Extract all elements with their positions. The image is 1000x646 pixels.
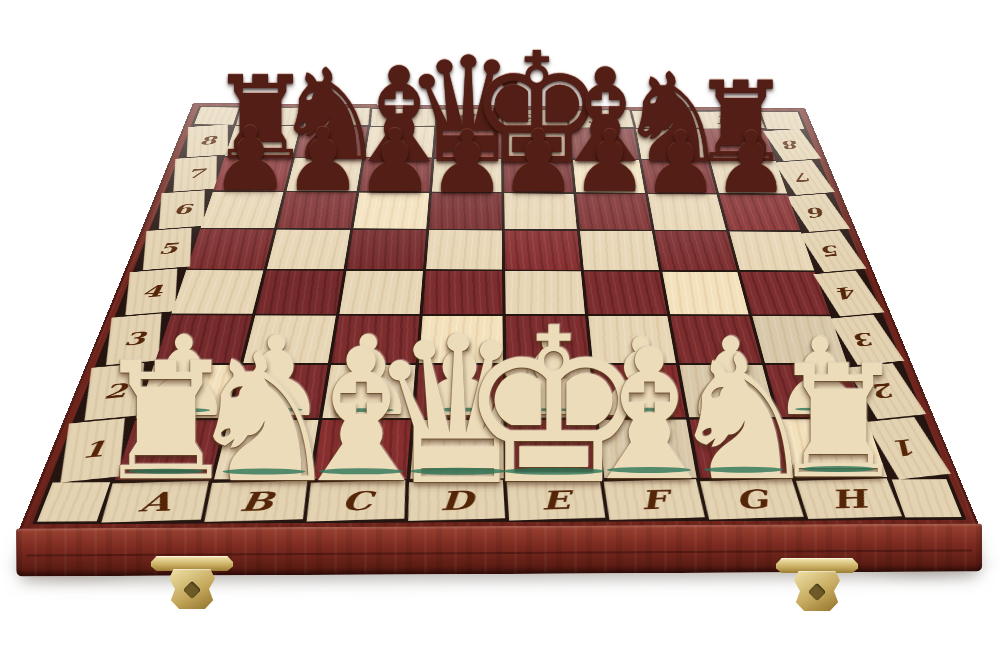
rank-label-left-8: 8 (187, 125, 228, 158)
clasp-bar (151, 556, 233, 571)
corner-cell (892, 479, 962, 517)
square-g3 (671, 316, 762, 363)
file-label-bottom-e: E (507, 479, 606, 520)
rank-label-left-7: 7 (173, 156, 216, 192)
square-b2 (229, 365, 327, 418)
square-a2 (136, 365, 239, 418)
square-d2 (415, 365, 503, 418)
square-b8 (295, 126, 367, 157)
square-h6 (719, 194, 800, 230)
square-g5 (655, 231, 737, 270)
square-d8 (435, 127, 502, 158)
board-grid: AABBCCDDEEFFGGHH8877665544332211 (32, 106, 967, 524)
square-c6 (353, 193, 429, 229)
square-e5 (505, 231, 581, 270)
square-g7 (642, 160, 717, 193)
square-c7 (359, 158, 431, 191)
clasp-hasp (794, 571, 840, 611)
rank-label-left-3: 3 (106, 313, 162, 365)
clasp-hasp (169, 569, 215, 609)
rank-label-left-5: 5 (143, 228, 192, 270)
clasp-hole (808, 583, 826, 601)
square-d6 (429, 193, 502, 229)
brass-clasp-right (775, 558, 859, 616)
square-c8 (365, 127, 434, 158)
square-c4 (339, 271, 423, 314)
brass-clasp-left (150, 556, 234, 614)
square-e4 (505, 271, 585, 314)
square-b5 (267, 230, 350, 270)
file-label-bottom-c: C (307, 480, 406, 521)
square-f2 (593, 365, 686, 417)
file-label-bottom-a: A (101, 481, 208, 523)
square-h3 (752, 316, 847, 363)
file-label-top-e: E (503, 110, 568, 127)
square-b3 (243, 315, 336, 363)
square-f7 (573, 160, 645, 193)
corner-cell (194, 107, 239, 124)
square-c5 (347, 230, 426, 269)
corner-cell (761, 112, 805, 129)
square-g1 (690, 419, 793, 477)
square-b7 (287, 158, 363, 191)
file-label-top-d: D (438, 109, 502, 126)
square-g8 (636, 129, 707, 160)
square-f8 (570, 128, 639, 159)
square-f1 (599, 420, 697, 478)
clasp-hole (183, 581, 201, 599)
square-e7 (504, 159, 574, 192)
file-label-bottom-b: B (204, 480, 307, 521)
rank-label-left-4: 4 (125, 269, 177, 316)
square-a7 (213, 157, 292, 190)
square-e3 (506, 316, 590, 363)
square-c2 (322, 365, 415, 418)
square-c3 (331, 316, 419, 364)
square-f5 (580, 231, 659, 270)
square-b1 (214, 420, 319, 479)
square-a4 (171, 270, 263, 313)
square-a3 (155, 315, 252, 363)
file-label-bottom-d: D (408, 480, 505, 521)
square-a6 (201, 192, 284, 228)
square-d7 (432, 159, 501, 192)
corner-cell (37, 482, 110, 521)
rank-label-left-6: 6 (159, 190, 205, 229)
square-a1 (115, 420, 225, 479)
rank-label-left-1: 1 (60, 418, 124, 482)
square-d4 (423, 271, 503, 314)
square-e1 (507, 420, 601, 479)
file-label-bottom-h: H (796, 478, 902, 519)
square-d5 (426, 230, 502, 269)
square-d1 (410, 420, 504, 479)
file-label-bottom-g: G (700, 479, 804, 520)
square-c1 (312, 420, 411, 479)
wooden-chess-set-photo: AABBCCDDEEFFGGHH8877665544332211 ♜♞♝♛♚♝♞… (0, 0, 1000, 646)
square-b4 (256, 270, 344, 313)
square-e2 (506, 365, 595, 417)
file-label-top-c: C (371, 109, 435, 127)
square-d3 (419, 316, 503, 363)
square-e6 (504, 193, 577, 229)
file-label-top-b: B (304, 108, 370, 126)
square-f6 (576, 194, 651, 230)
square-f4 (584, 271, 667, 314)
clasp-bar (776, 558, 858, 573)
square-g2 (680, 365, 777, 417)
square-g4 (662, 272, 748, 315)
square-g6 (648, 194, 726, 230)
file-label-top-h: H (696, 111, 764, 128)
square-f3 (588, 316, 676, 363)
chess-board: AABBCCDDEEFFGGHH8877665544332211 (18, 103, 980, 532)
file-label-top-g: G (632, 111, 699, 128)
square-a5 (187, 229, 274, 269)
file-label-top-a: A (236, 108, 304, 126)
square-e8 (503, 128, 570, 159)
file-label-bottom-f: F (604, 479, 705, 520)
square-b6 (277, 192, 356, 228)
square-a8 (225, 126, 300, 157)
file-label-top-f: F (567, 110, 633, 127)
rank-label-left-2: 2 (84, 363, 144, 421)
